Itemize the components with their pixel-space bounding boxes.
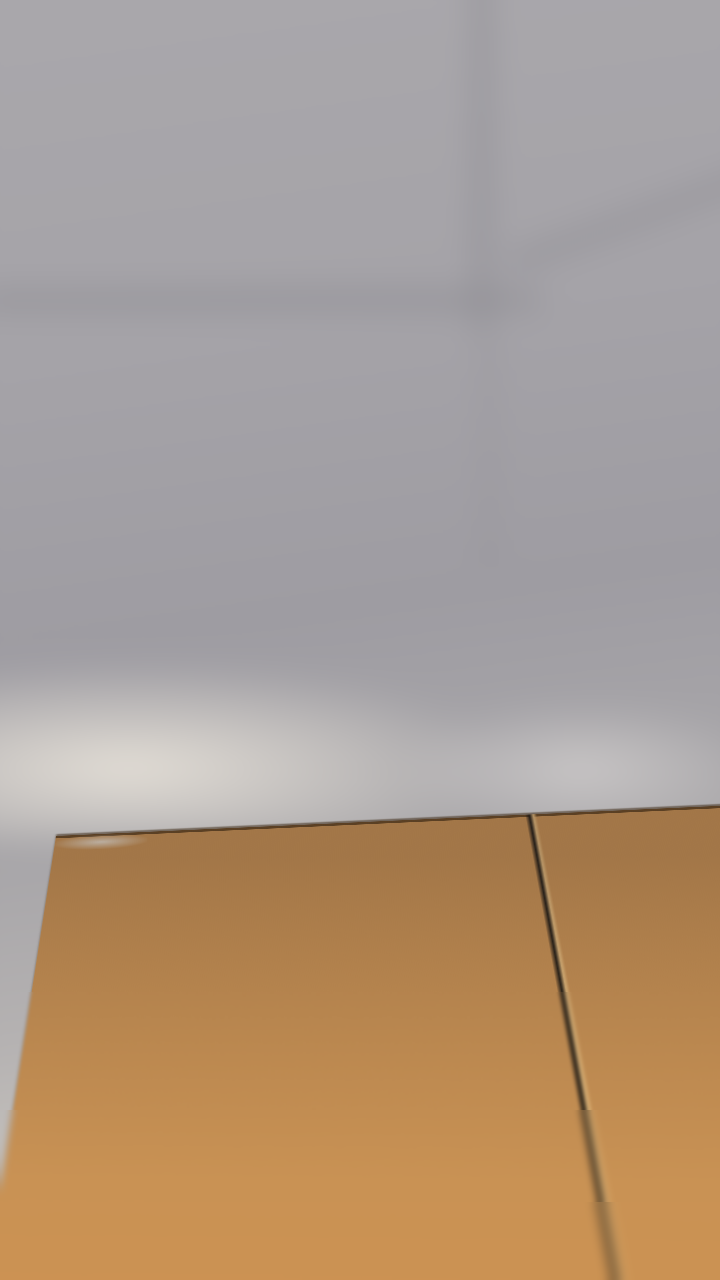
chessboard <box>0 793 720 1280</box>
board-perspective-scene <box>0 0 720 1280</box>
chess-photo <box>0 0 720 1280</box>
board-lighting-overlay <box>0 793 720 1280</box>
